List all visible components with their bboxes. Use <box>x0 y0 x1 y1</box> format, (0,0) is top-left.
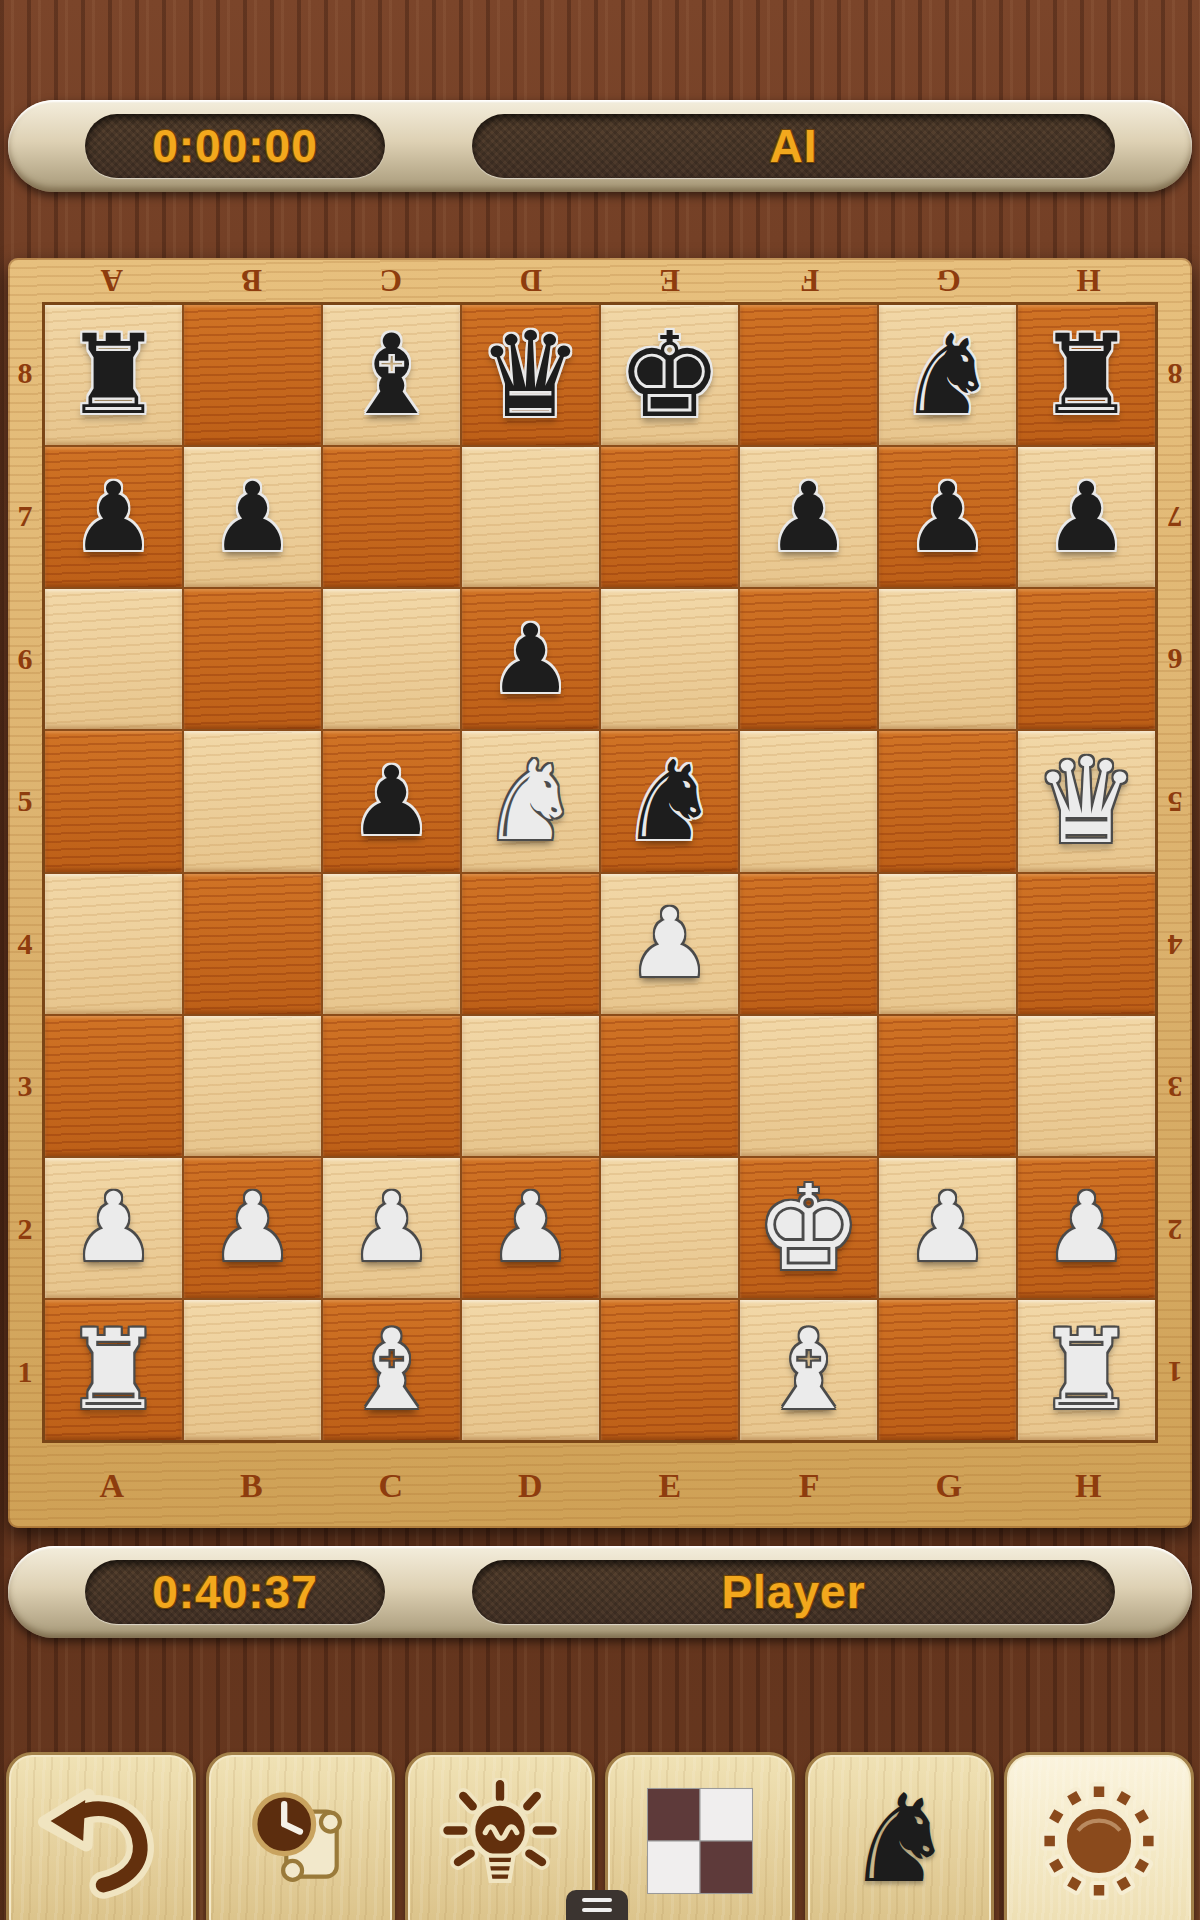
square-b8[interactable] <box>184 305 321 445</box>
coord-label-1: 1 <box>8 1300 42 1443</box>
white-pawn: ♟ <box>1044 1180 1129 1275</box>
square-b1[interactable] <box>184 1300 321 1440</box>
white-pawn: ♟ <box>210 1180 295 1275</box>
lightbulb-icon <box>437 1778 563 1904</box>
square-e2[interactable] <box>601 1158 738 1298</box>
square-c3[interactable] <box>323 1016 460 1156</box>
opponent-name-plate: AI <box>472 114 1115 178</box>
square-f5[interactable] <box>740 731 877 871</box>
white-pawn: ♟ <box>71 1180 156 1275</box>
coord-label-d: D <box>461 1443 601 1528</box>
square-c5[interactable]: ♟ <box>323 731 460 871</box>
player-clock-value: 0:40:37 <box>152 1565 318 1619</box>
square-a8[interactable]: ♜ <box>45 305 182 445</box>
square-g8[interactable]: ♞ <box>879 305 1016 445</box>
square-c2[interactable]: ♟ <box>323 1158 460 1298</box>
white-pawn: ♟ <box>905 1180 990 1275</box>
menu-handle-icon <box>582 1898 612 1902</box>
square-d6[interactable]: ♟ <box>462 589 599 729</box>
square-e5[interactable]: ♞ <box>601 731 738 871</box>
coord-label-8: 8 <box>1158 302 1192 445</box>
black-knight: ♞ <box>620 746 719 856</box>
square-h1[interactable]: ♜ <box>1018 1300 1155 1440</box>
coord-label-h: H <box>1019 258 1159 302</box>
white-knight: ♞ <box>481 746 580 856</box>
square-a5[interactable] <box>45 731 182 871</box>
square-d3[interactable] <box>462 1016 599 1156</box>
black-queen: ♛ <box>478 316 584 434</box>
square-b2[interactable]: ♟ <box>184 1158 321 1298</box>
coord-label-6: 6 <box>8 587 42 730</box>
square-c4[interactable] <box>323 874 460 1014</box>
coord-label-6: 6 <box>1158 587 1192 730</box>
coord-label-h: H <box>1019 1443 1159 1528</box>
white-rook: ♜ <box>1037 1315 1136 1425</box>
white-pawn: ♟ <box>488 1180 573 1275</box>
black-pawn: ♟ <box>210 470 295 565</box>
white-pawn: ♟ <box>627 896 712 991</box>
player-clock-bar: 0:40:37 Player <box>8 1546 1192 1638</box>
square-h8[interactable]: ♜ <box>1018 305 1155 445</box>
square-f2[interactable]: ♚ <box>740 1158 877 1298</box>
menu-handle-bar <box>582 1908 612 1912</box>
black-pawn: ♟ <box>905 470 990 565</box>
square-e8[interactable]: ♚ <box>601 305 738 445</box>
square-h3[interactable] <box>1018 1016 1155 1156</box>
settings-button[interactable] <box>1004 1752 1194 1920</box>
square-h2[interactable]: ♟ <box>1018 1158 1155 1298</box>
square-g1[interactable] <box>879 1300 1016 1440</box>
square-e3[interactable] <box>601 1016 738 1156</box>
square-b4[interactable] <box>184 874 321 1014</box>
white-bishop: ♝ <box>342 1315 441 1425</box>
board-style-button[interactable] <box>605 1752 795 1920</box>
square-a7[interactable]: ♟ <box>45 447 182 587</box>
square-a3[interactable] <box>45 1016 182 1156</box>
square-f3[interactable] <box>740 1016 877 1156</box>
coord-label-2: 2 <box>1158 1158 1192 1301</box>
black-rook: ♜ <box>64 320 163 430</box>
undo-button[interactable] <box>6 1752 196 1920</box>
black-rook: ♜ <box>1037 320 1136 430</box>
coord-label-3: 3 <box>1158 1015 1192 1158</box>
square-f6[interactable] <box>740 589 877 729</box>
opponent-clock-bar: 0:00:00 AI <box>8 100 1192 192</box>
square-f8[interactable] <box>740 305 877 445</box>
file-labels-bottom: ABCDEFGH <box>42 1443 1158 1528</box>
clock-scroll-icon <box>238 1778 364 1904</box>
square-b5[interactable] <box>184 731 321 871</box>
square-d8[interactable]: ♛ <box>462 305 599 445</box>
coord-label-e: E <box>600 1443 740 1528</box>
coord-label-f: F <box>740 1443 880 1528</box>
square-c1[interactable]: ♝ <box>323 1300 460 1440</box>
undo-arrow-icon <box>38 1778 164 1904</box>
coord-label-b: B <box>182 258 322 302</box>
square-d4[interactable] <box>462 874 599 1014</box>
black-bishop: ♝ <box>342 320 441 430</box>
coord-label-f: F <box>740 258 880 302</box>
rank-labels-left: 87654321 <box>8 302 42 1443</box>
coord-label-g: G <box>879 1443 1019 1528</box>
coord-label-a: A <box>42 1443 182 1528</box>
black-pawn: ♟ <box>71 470 156 565</box>
player-name-plate: Player <box>472 1560 1115 1624</box>
square-g6[interactable] <box>879 589 1016 729</box>
coord-label-7: 7 <box>1158 445 1192 588</box>
square-a6[interactable] <box>45 589 182 729</box>
black-knight: ♞ <box>898 320 997 430</box>
piece-style-button[interactable]: ♞ <box>805 1752 995 1920</box>
square-h5[interactable]: ♛ <box>1018 731 1155 871</box>
coord-label-a: A <box>42 258 182 302</box>
black-king: ♚ <box>617 316 723 434</box>
file-labels-top: ABCDEFGH <box>42 258 1158 302</box>
gear-sun-icon <box>1036 1778 1162 1904</box>
checkerboard-icon <box>637 1778 763 1904</box>
square-e7[interactable] <box>601 447 738 587</box>
coord-label-e: E <box>600 258 740 302</box>
coord-label-c: C <box>321 258 461 302</box>
square-h4[interactable] <box>1018 874 1155 1014</box>
square-f1[interactable]: ♝ <box>740 1300 877 1440</box>
coord-label-7: 7 <box>8 445 42 588</box>
player-name: Player <box>721 1565 865 1619</box>
square-g5[interactable] <box>879 731 1016 871</box>
coord-label-g: G <box>879 258 1019 302</box>
square-c6[interactable] <box>323 589 460 729</box>
white-queen: ♛ <box>1034 742 1140 860</box>
black-pawn: ♟ <box>349 754 434 849</box>
square-g3[interactable] <box>879 1016 1016 1156</box>
opponent-clock-value: 0:00:00 <box>152 119 318 173</box>
menu-pull-tab[interactable] <box>566 1890 628 1920</box>
coord-label-5: 5 <box>1158 730 1192 873</box>
square-e6[interactable] <box>601 589 738 729</box>
chess-board-frame: ABCDEFGH ABCDEFGH 87654321 87654321 ♜♝♛♚… <box>8 258 1192 1528</box>
square-h6[interactable] <box>1018 589 1155 729</box>
coord-label-d: D <box>461 258 601 302</box>
coord-label-b: B <box>182 1443 322 1528</box>
square-f7[interactable]: ♟ <box>740 447 877 587</box>
coord-label-2: 2 <box>8 1158 42 1301</box>
opponent-name: AI <box>770 119 818 173</box>
black-pawn: ♟ <box>1044 470 1129 565</box>
square-g2[interactable]: ♟ <box>879 1158 1016 1298</box>
square-f4[interactable] <box>740 874 877 1014</box>
square-d5[interactable]: ♞ <box>462 731 599 871</box>
square-a4[interactable] <box>45 874 182 1014</box>
square-d1[interactable] <box>462 1300 599 1440</box>
coord-label-5: 5 <box>8 730 42 873</box>
black-knight-icon: ♞ <box>845 1778 954 1900</box>
square-h7[interactable]: ♟ <box>1018 447 1155 587</box>
coord-label-8: 8 <box>8 302 42 445</box>
square-a1[interactable]: ♜ <box>45 1300 182 1440</box>
square-b3[interactable] <box>184 1016 321 1156</box>
square-b7[interactable]: ♟ <box>184 447 321 587</box>
white-king: ♚ <box>756 1169 862 1287</box>
coord-label-1: 1 <box>1158 1300 1192 1443</box>
black-pawn: ♟ <box>766 470 851 565</box>
square-b6[interactable] <box>184 589 321 729</box>
square-g4[interactable] <box>879 874 1016 1014</box>
black-pawn: ♟ <box>488 612 573 707</box>
coord-label-4: 4 <box>8 873 42 1016</box>
square-d7[interactable] <box>462 447 599 587</box>
chess-board: ♜♝♛♚♞♜♟♟♟♟♟♟♟♞♞♛♟♟♟♟♟♚♟♟♜♝♝♜ <box>42 302 1158 1443</box>
coord-label-c: C <box>321 1443 461 1528</box>
white-pawn: ♟ <box>349 1180 434 1275</box>
white-rook: ♜ <box>64 1315 163 1425</box>
square-c8[interactable]: ♝ <box>323 305 460 445</box>
chess-app-screen: 0:00:00 AI ABCDEFGH ABCDEFGH 87654321 87… <box>0 0 1200 1920</box>
player-clock: 0:40:37 <box>85 1560 385 1624</box>
square-d2[interactable]: ♟ <box>462 1158 599 1298</box>
white-bishop: ♝ <box>759 1315 858 1425</box>
square-c7[interactable] <box>323 447 460 587</box>
square-e1[interactable] <box>601 1300 738 1440</box>
move-history-button[interactable] <box>206 1752 396 1920</box>
rank-labels-right: 87654321 <box>1158 302 1192 1443</box>
opponent-clock: 0:00:00 <box>85 114 385 178</box>
square-g7[interactable]: ♟ <box>879 447 1016 587</box>
square-a2[interactable]: ♟ <box>45 1158 182 1298</box>
coord-label-3: 3 <box>8 1015 42 1158</box>
coord-label-4: 4 <box>1158 873 1192 1016</box>
square-e4[interactable]: ♟ <box>601 874 738 1014</box>
